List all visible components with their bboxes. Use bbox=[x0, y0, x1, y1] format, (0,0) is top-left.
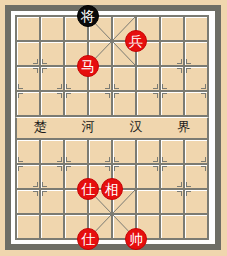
point-marker-corner bbox=[33, 59, 38, 64]
point-marker bbox=[9, 157, 23, 171]
board-cell[interactable] bbox=[185, 17, 207, 40]
point-marker-corner bbox=[201, 84, 206, 89]
point-marker-corner bbox=[201, 93, 206, 98]
point-marker-corner bbox=[57, 166, 62, 171]
point-marker bbox=[153, 157, 167, 171]
piece-red-advisor[interactable]: 仕 bbox=[77, 178, 99, 200]
point-marker-corner bbox=[177, 191, 182, 196]
board-cell[interactable] bbox=[41, 215, 63, 238]
point-marker-corner bbox=[153, 157, 158, 162]
piece-red-horse[interactable]: 马 bbox=[77, 55, 99, 77]
point-marker-corner bbox=[33, 191, 38, 196]
point-marker-corner bbox=[162, 93, 167, 98]
point-marker-corner bbox=[153, 93, 158, 98]
point-marker-corner bbox=[186, 182, 191, 187]
board-cell[interactable] bbox=[137, 190, 159, 213]
point-marker-corner bbox=[57, 93, 62, 98]
river-label: 楚 bbox=[30, 119, 50, 135]
river-label: 河 bbox=[78, 119, 98, 135]
point-marker-corner bbox=[114, 166, 119, 171]
point-marker bbox=[201, 157, 215, 171]
board-cell[interactable] bbox=[17, 215, 39, 238]
point-marker-corner bbox=[186, 191, 191, 196]
point-marker-corner bbox=[177, 182, 182, 187]
point-marker-corner bbox=[33, 182, 38, 187]
point-marker-corner bbox=[42, 191, 47, 196]
point-marker bbox=[9, 84, 23, 98]
point-marker-corner bbox=[114, 157, 119, 162]
point-marker-corner bbox=[57, 84, 62, 89]
point-marker-corner bbox=[114, 84, 119, 89]
point-marker-corner bbox=[105, 157, 110, 162]
point-marker-corner bbox=[153, 84, 158, 89]
point-marker bbox=[105, 84, 119, 98]
point-marker-corner bbox=[201, 166, 206, 171]
xiangqi-board: 楚河汉界 将兵马仕相仕帅 bbox=[0, 0, 227, 256]
point-marker-corner bbox=[66, 157, 71, 162]
point-marker-corner bbox=[162, 166, 167, 171]
point-marker-corner bbox=[18, 93, 23, 98]
point-marker-corner bbox=[153, 166, 158, 171]
piece-red-general[interactable]: 帅 bbox=[125, 228, 147, 250]
piece-red-soldier[interactable]: 兵 bbox=[125, 30, 147, 52]
point-marker bbox=[57, 157, 71, 171]
point-marker-corner bbox=[114, 93, 119, 98]
point-marker-corner bbox=[186, 59, 191, 64]
point-marker-corner bbox=[105, 93, 110, 98]
board-cell[interactable] bbox=[161, 215, 183, 238]
point-marker bbox=[33, 182, 47, 196]
piece-red-advisor[interactable]: 仕 bbox=[77, 228, 99, 250]
point-marker-corner bbox=[66, 93, 71, 98]
point-marker-corner bbox=[177, 59, 182, 64]
point-marker-corner bbox=[201, 157, 206, 162]
point-marker-corner bbox=[18, 157, 23, 162]
point-marker-corner bbox=[18, 84, 23, 89]
point-marker bbox=[177, 59, 191, 73]
point-marker bbox=[105, 157, 119, 171]
board-cell[interactable] bbox=[41, 17, 63, 40]
point-marker-corner bbox=[66, 166, 71, 171]
piece-black-general[interactable]: 将 bbox=[77, 5, 99, 27]
river-label: 汉 bbox=[126, 119, 146, 135]
point-marker bbox=[153, 84, 167, 98]
point-marker-corner bbox=[177, 68, 182, 73]
point-marker bbox=[201, 84, 215, 98]
board-cell[interactable] bbox=[185, 215, 207, 238]
point-marker-corner bbox=[105, 84, 110, 89]
board-cell[interactable] bbox=[161, 17, 183, 40]
point-marker bbox=[33, 59, 47, 73]
point-marker-corner bbox=[105, 166, 110, 171]
point-marker-corner bbox=[42, 182, 47, 187]
point-marker-corner bbox=[42, 68, 47, 73]
point-marker-corner bbox=[33, 68, 38, 73]
point-marker-corner bbox=[42, 59, 47, 64]
board-cell[interactable] bbox=[17, 17, 39, 40]
point-marker-corner bbox=[162, 157, 167, 162]
point-marker-corner bbox=[162, 84, 167, 89]
point-marker bbox=[177, 182, 191, 196]
point-marker-corner bbox=[66, 84, 71, 89]
point-marker bbox=[57, 84, 71, 98]
point-marker-corner bbox=[186, 68, 191, 73]
river-label: 界 bbox=[174, 119, 194, 135]
piece-red-elephant[interactable]: 相 bbox=[101, 178, 123, 200]
point-marker-corner bbox=[57, 157, 62, 162]
point-marker-corner bbox=[18, 166, 23, 171]
